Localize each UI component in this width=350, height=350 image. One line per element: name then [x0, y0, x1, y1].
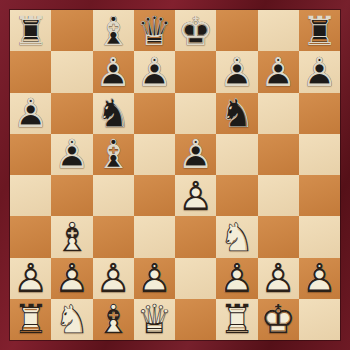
square-f7[interactable]: ♟♙: [216, 51, 257, 92]
piece-black-rook: ♜♖: [299, 10, 340, 51]
square-b1[interactable]: ♞♘: [51, 299, 92, 340]
chess-board: ♜♖♝♗♛♕♚♔♜♖♟♙♟♙♟♙♟♙♟♙♟♙♞♘♞♘♟♙♝♗♟♙♟♙♝♗♞♘♟♙…: [10, 10, 340, 340]
piece-glyph-outline: ♙: [216, 51, 257, 92]
piece-white-pawn: ♟♙: [175, 175, 216, 216]
square-d4[interactable]: [134, 175, 175, 216]
square-c3[interactable]: [93, 216, 134, 257]
square-h3[interactable]: [299, 216, 340, 257]
piece-white-rook: ♜♖: [10, 299, 51, 340]
square-h4[interactable]: [299, 175, 340, 216]
square-b2[interactable]: ♟♙: [51, 258, 92, 299]
piece-black-bishop: ♝♗: [93, 10, 134, 51]
square-g2[interactable]: ♟♙: [258, 258, 299, 299]
piece-glyph-outline: ♙: [93, 258, 134, 299]
piece-white-pawn: ♟♙: [216, 258, 257, 299]
square-e3[interactable]: [175, 216, 216, 257]
square-g6[interactable]: [258, 93, 299, 134]
square-b5[interactable]: ♟♙: [51, 134, 92, 175]
square-e7[interactable]: [175, 51, 216, 92]
square-f3[interactable]: ♞♘: [216, 216, 257, 257]
piece-glyph-outline: ♖: [216, 299, 257, 340]
square-d3[interactable]: [134, 216, 175, 257]
square-d6[interactable]: [134, 93, 175, 134]
square-f8[interactable]: [216, 10, 257, 51]
piece-glyph-outline: ♙: [134, 258, 175, 299]
piece-glyph-outline: ♙: [10, 258, 51, 299]
piece-glyph-outline: ♗: [93, 299, 134, 340]
piece-glyph-outline: ♙: [10, 93, 51, 134]
square-a6[interactable]: ♟♙: [10, 93, 51, 134]
square-h2[interactable]: ♟♙: [299, 258, 340, 299]
piece-white-king: ♚♔: [258, 299, 299, 340]
square-c6[interactable]: ♞♘: [93, 93, 134, 134]
piece-glyph-outline: ♙: [299, 51, 340, 92]
square-g3[interactable]: [258, 216, 299, 257]
square-a8[interactable]: ♜♖: [10, 10, 51, 51]
piece-glyph-outline: ♔: [175, 10, 216, 51]
square-g7[interactable]: ♟♙: [258, 51, 299, 92]
square-d1[interactable]: ♛♕: [134, 299, 175, 340]
piece-black-bishop: ♝♗: [93, 134, 134, 175]
square-h5[interactable]: [299, 134, 340, 175]
square-b4[interactable]: [51, 175, 92, 216]
piece-black-pawn: ♟♙: [10, 93, 51, 134]
piece-white-pawn: ♟♙: [93, 258, 134, 299]
piece-white-pawn: ♟♙: [258, 258, 299, 299]
piece-glyph-outline: ♙: [258, 51, 299, 92]
piece-glyph-outline: ♕: [134, 299, 175, 340]
square-c8[interactable]: ♝♗: [93, 10, 134, 51]
square-c1[interactable]: ♝♗: [93, 299, 134, 340]
piece-glyph-outline: ♙: [175, 134, 216, 175]
piece-white-pawn: ♟♙: [10, 258, 51, 299]
square-g1[interactable]: ♚♔: [258, 299, 299, 340]
piece-black-rook: ♜♖: [10, 10, 51, 51]
piece-black-pawn: ♟♙: [299, 51, 340, 92]
square-a5[interactable]: [10, 134, 51, 175]
piece-glyph-outline: ♙: [258, 258, 299, 299]
square-f2[interactable]: ♟♙: [216, 258, 257, 299]
piece-black-pawn: ♟♙: [93, 51, 134, 92]
square-g4[interactable]: [258, 175, 299, 216]
piece-black-pawn: ♟♙: [134, 51, 175, 92]
square-b8[interactable]: [51, 10, 92, 51]
square-c4[interactable]: [93, 175, 134, 216]
square-d7[interactable]: ♟♙: [134, 51, 175, 92]
piece-glyph-outline: ♙: [51, 134, 92, 175]
piece-white-knight: ♞♘: [51, 299, 92, 340]
square-f5[interactable]: [216, 134, 257, 175]
square-g5[interactable]: [258, 134, 299, 175]
chess-board-frame: ♜♖♝♗♛♕♚♔♜♖♟♙♟♙♟♙♟♙♟♙♟♙♞♘♞♘♟♙♝♗♟♙♟♙♝♗♞♘♟♙…: [0, 0, 350, 350]
piece-white-pawn: ♟♙: [299, 258, 340, 299]
square-h6[interactable]: [299, 93, 340, 134]
square-e8[interactable]: ♚♔: [175, 10, 216, 51]
square-e4[interactable]: ♟♙: [175, 175, 216, 216]
piece-glyph-outline: ♙: [93, 51, 134, 92]
square-e1[interactable]: [175, 299, 216, 340]
piece-white-pawn: ♟♙: [51, 258, 92, 299]
square-e2[interactable]: [175, 258, 216, 299]
piece-glyph-outline: ♖: [10, 10, 51, 51]
piece-glyph-outline: ♘: [51, 299, 92, 340]
piece-white-queen: ♛♕: [134, 299, 175, 340]
piece-white-knight: ♞♘: [216, 216, 257, 257]
piece-black-pawn: ♟♙: [175, 134, 216, 175]
square-a4[interactable]: [10, 175, 51, 216]
square-f1[interactable]: ♜♖: [216, 299, 257, 340]
square-h8[interactable]: ♜♖: [299, 10, 340, 51]
square-d5[interactable]: [134, 134, 175, 175]
piece-glyph-outline: ♕: [134, 10, 175, 51]
piece-glyph-outline: ♘: [93, 93, 134, 134]
piece-glyph-outline: ♙: [51, 258, 92, 299]
square-a1[interactable]: ♜♖: [10, 299, 51, 340]
piece-white-bishop: ♝♗: [51, 216, 92, 257]
piece-white-pawn: ♟♙: [134, 258, 175, 299]
piece-black-pawn: ♟♙: [258, 51, 299, 92]
square-d2[interactable]: ♟♙: [134, 258, 175, 299]
piece-glyph-outline: ♘: [216, 216, 257, 257]
piece-white-rook: ♜♖: [216, 299, 257, 340]
square-b7[interactable]: [51, 51, 92, 92]
square-b6[interactable]: [51, 93, 92, 134]
piece-black-pawn: ♟♙: [51, 134, 92, 175]
square-b3[interactable]: ♝♗: [51, 216, 92, 257]
square-c2[interactable]: ♟♙: [93, 258, 134, 299]
piece-glyph-outline: ♗: [93, 10, 134, 51]
piece-glyph-outline: ♘: [216, 93, 257, 134]
piece-glyph-outline: ♗: [93, 134, 134, 175]
piece-glyph-outline: ♙: [216, 258, 257, 299]
piece-glyph-outline: ♖: [299, 10, 340, 51]
square-h1[interactable]: [299, 299, 340, 340]
square-c7[interactable]: ♟♙: [93, 51, 134, 92]
piece-black-queen: ♛♕: [134, 10, 175, 51]
piece-glyph-outline: ♙: [175, 175, 216, 216]
piece-glyph-outline: ♔: [258, 299, 299, 340]
piece-glyph-outline: ♖: [10, 299, 51, 340]
piece-black-knight: ♞♘: [93, 93, 134, 134]
square-a7[interactable]: [10, 51, 51, 92]
square-f4[interactable]: [216, 175, 257, 216]
piece-glyph-outline: ♗: [51, 216, 92, 257]
square-d8[interactable]: ♛♕: [134, 10, 175, 51]
square-f6[interactable]: ♞♘: [216, 93, 257, 134]
piece-white-bishop: ♝♗: [93, 299, 134, 340]
square-h7[interactable]: ♟♙: [299, 51, 340, 92]
square-a2[interactable]: ♟♙: [10, 258, 51, 299]
piece-glyph-outline: ♙: [299, 258, 340, 299]
square-c5[interactable]: ♝♗: [93, 134, 134, 175]
square-g8[interactable]: [258, 10, 299, 51]
piece-black-pawn: ♟♙: [216, 51, 257, 92]
piece-black-king: ♚♔: [175, 10, 216, 51]
square-a3[interactable]: [10, 216, 51, 257]
square-e5[interactable]: ♟♙: [175, 134, 216, 175]
piece-black-knight: ♞♘: [216, 93, 257, 134]
piece-glyph-outline: ♙: [134, 51, 175, 92]
square-e6[interactable]: [175, 93, 216, 134]
